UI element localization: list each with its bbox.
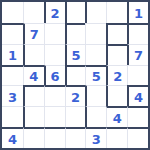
given-digit: 5 [71,49,80,62]
cell-r4c5[interactable] [106,85,127,106]
given-digit: 3 [8,91,17,104]
cell-r5c3[interactable] [65,106,86,127]
cell-r6c5[interactable] [106,127,127,148]
cell-r3c5[interactable]: 2 [106,65,127,86]
cell-r4c4[interactable] [85,85,106,106]
given-digit: 4 [134,91,143,104]
cell-r2c3[interactable]: 5 [65,44,86,65]
given-digit: 2 [51,7,60,20]
cell-r1c3[interactable] [65,23,86,44]
cell-r3c2[interactable]: 6 [44,65,65,86]
given-digit: 6 [51,70,60,83]
cell-r2c1[interactable] [23,44,44,65]
cell-r1c6[interactable] [127,23,148,44]
cell-r3c1[interactable]: 4 [23,65,44,86]
cell-r6c1[interactable] [23,127,44,148]
cell-r2c0[interactable]: 1 [2,44,23,65]
given-digit: 7 [30,28,39,41]
cell-r0c5[interactable] [106,2,127,23]
given-digit: 1 [134,7,143,20]
cell-r0c0[interactable] [2,2,23,23]
cell-r5c1[interactable] [23,106,44,127]
cell-r0c2[interactable]: 2 [44,2,65,23]
cell-r3c4[interactable]: 5 [85,65,106,86]
cell-r0c1[interactable] [23,2,44,23]
cell-r0c4[interactable] [85,2,106,23]
cell-r0c3[interactable] [65,2,86,23]
cell-r5c4[interactable] [85,106,106,127]
puzzle-screenshot: 2171574652324443 [0,0,150,150]
cell-r2c4[interactable] [85,44,106,65]
given-digit: 1 [8,49,17,62]
cell-r1c0[interactable] [2,23,23,44]
cell-r6c6[interactable] [127,127,148,148]
cell-r6c2[interactable] [44,127,65,148]
cell-r1c5[interactable] [106,23,127,44]
cell-r4c2[interactable] [44,85,65,106]
cell-r2c6[interactable]: 7 [127,44,148,65]
cell-r0c6[interactable]: 1 [127,2,148,23]
cell-r6c0[interactable]: 4 [2,127,23,148]
given-digit: 3 [92,133,101,146]
cell-r6c4[interactable]: 3 [85,127,106,148]
cell-r3c6[interactable] [127,65,148,86]
given-digit: 4 [29,70,38,83]
cell-r1c1[interactable]: 7 [23,23,44,44]
cell-r5c0[interactable] [2,106,23,127]
given-digit: 4 [8,133,17,146]
cell-r1c2[interactable] [44,23,65,44]
cell-r2c5[interactable] [106,44,127,65]
given-digit: 5 [92,70,101,83]
cell-r5c2[interactable] [44,106,65,127]
cell-r5c5[interactable]: 4 [106,106,127,127]
cell-r4c1[interactable] [23,85,44,106]
given-digit: 4 [113,112,122,125]
cell-r1c4[interactable] [85,23,106,44]
given-digit: 2 [71,91,80,104]
cell-r4c6[interactable]: 4 [127,85,148,106]
cell-r3c0[interactable] [2,65,23,86]
cell-r4c0[interactable]: 3 [2,85,23,106]
cell-r2c2[interactable] [44,44,65,65]
cell-r6c3[interactable] [65,127,86,148]
given-digit: 2 [113,70,122,83]
given-digit: 7 [134,49,143,62]
cell-r3c3[interactable] [65,65,86,86]
cell-r5c6[interactable] [127,106,148,127]
kojun-board: 2171574652324443 [0,0,150,150]
cell-r4c3[interactable]: 2 [65,85,86,106]
